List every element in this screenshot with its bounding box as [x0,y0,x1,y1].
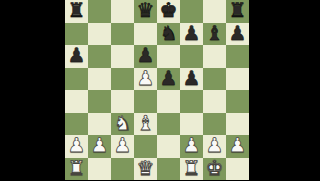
square-c4[interactable] [111,90,134,113]
square-h7[interactable]: ♟ [226,23,249,46]
square-c5[interactable] [111,68,134,91]
square-b3[interactable] [88,113,111,136]
square-d7[interactable] [134,23,157,46]
piece-black-knight[interactable]: ♞ [160,23,178,43]
square-c2[interactable]: ♟ [111,135,134,158]
square-b4[interactable] [88,90,111,113]
square-e1[interactable] [157,158,180,181]
square-g4[interactable] [203,90,226,113]
square-a8[interactable]: ♜ [65,0,88,23]
square-e8[interactable]: ♚ [157,0,180,23]
square-d6[interactable]: ♟ [134,45,157,68]
square-c6[interactable] [111,45,134,68]
square-d4[interactable] [134,90,157,113]
square-g7[interactable]: ♝ [203,23,226,46]
letterbox-background: ♜♛♚♜♞♟♝♟♟♟♟♟♟♞♝♟♟♟♟♟♟♜♛♜♚ [0,0,320,180]
square-c3[interactable]: ♞ [111,113,134,136]
square-g6[interactable] [203,45,226,68]
square-e3[interactable] [157,113,180,136]
piece-white-pawn[interactable]: ♟ [91,135,109,155]
square-g5[interactable] [203,68,226,91]
square-d1[interactable]: ♛ [134,158,157,181]
piece-white-bishop[interactable]: ♝ [137,113,155,133]
piece-white-king[interactable]: ♚ [206,158,224,178]
square-c8[interactable] [111,0,134,23]
square-g3[interactable] [203,113,226,136]
square-e7[interactable]: ♞ [157,23,180,46]
square-b2[interactable]: ♟ [88,135,111,158]
piece-white-rook[interactable]: ♜ [183,158,201,178]
square-a5[interactable] [65,68,88,91]
square-f8[interactable] [180,0,203,23]
piece-black-pawn[interactable]: ♟ [160,68,178,88]
piece-white-pawn[interactable]: ♟ [68,135,86,155]
square-a4[interactable] [65,90,88,113]
piece-black-pawn[interactable]: ♟ [229,23,247,43]
square-e4[interactable] [157,90,180,113]
piece-black-pawn[interactable]: ♟ [183,68,201,88]
square-a2[interactable]: ♟ [65,135,88,158]
square-f5[interactable]: ♟ [180,68,203,91]
square-b8[interactable] [88,0,111,23]
square-e2[interactable] [157,135,180,158]
square-f6[interactable] [180,45,203,68]
piece-black-king[interactable]: ♚ [160,0,178,20]
square-a1[interactable]: ♜ [65,158,88,181]
square-g1[interactable]: ♚ [203,158,226,181]
piece-white-pawn[interactable]: ♟ [229,135,247,155]
square-h5[interactable] [226,68,249,91]
piece-white-knight[interactable]: ♞ [114,113,132,133]
square-f2[interactable]: ♟ [180,135,203,158]
square-c1[interactable] [111,158,134,181]
piece-black-pawn[interactable]: ♟ [183,23,201,43]
piece-white-pawn[interactable]: ♟ [183,135,201,155]
square-a7[interactable] [65,23,88,46]
square-a3[interactable] [65,113,88,136]
square-h3[interactable] [226,113,249,136]
square-h6[interactable] [226,45,249,68]
square-b6[interactable] [88,45,111,68]
square-b5[interactable] [88,68,111,91]
piece-white-pawn[interactable]: ♟ [114,135,132,155]
square-b1[interactable] [88,158,111,181]
piece-black-queen[interactable]: ♛ [137,0,155,20]
square-f4[interactable] [180,90,203,113]
square-b7[interactable] [88,23,111,46]
piece-white-pawn[interactable]: ♟ [206,135,224,155]
piece-black-pawn[interactable]: ♟ [68,45,86,65]
piece-black-rook[interactable]: ♜ [229,0,247,20]
square-a6[interactable]: ♟ [65,45,88,68]
square-f7[interactable]: ♟ [180,23,203,46]
square-h4[interactable] [226,90,249,113]
piece-white-queen[interactable]: ♛ [137,158,155,178]
square-d8[interactable]: ♛ [134,0,157,23]
piece-black-pawn[interactable]: ♟ [137,45,155,65]
piece-white-rook[interactable]: ♜ [68,158,86,178]
chess-board: ♜♛♚♜♞♟♝♟♟♟♟♟♟♞♝♟♟♟♟♟♟♜♛♜♚ [65,0,249,180]
square-h8[interactable]: ♜ [226,0,249,23]
square-f1[interactable]: ♜ [180,158,203,181]
square-g2[interactable]: ♟ [203,135,226,158]
square-d3[interactable]: ♝ [134,113,157,136]
square-f3[interactable] [180,113,203,136]
piece-black-rook[interactable]: ♜ [68,0,86,20]
square-h1[interactable] [226,158,249,181]
square-d2[interactable] [134,135,157,158]
square-h2[interactable]: ♟ [226,135,249,158]
square-c7[interactable] [111,23,134,46]
piece-white-pawn[interactable]: ♟ [137,68,155,88]
square-e5[interactable]: ♟ [157,68,180,91]
square-d5[interactable]: ♟ [134,68,157,91]
piece-black-bishop[interactable]: ♝ [206,23,224,43]
square-e6[interactable] [157,45,180,68]
square-g8[interactable] [203,0,226,23]
